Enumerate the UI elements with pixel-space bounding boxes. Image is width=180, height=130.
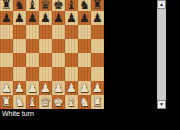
square-a3[interactable] [0, 67, 13, 81]
square-h1[interactable]: ♜ [91, 95, 104, 109]
square-e1[interactable]: ♚ [52, 95, 65, 109]
piece-white-bishop[interactable]: ♝ [66, 96, 77, 109]
square-a2[interactable]: ♟ [0, 81, 13, 95]
square-d2[interactable]: ♟ [39, 81, 52, 95]
square-g4[interactable] [78, 53, 91, 67]
piece-black-king[interactable]: ♚ [53, 0, 64, 11]
piece-black-rook[interactable]: ♜ [1, 0, 12, 11]
piece-black-pawn[interactable]: ♟ [92, 12, 103, 25]
square-g7[interactable]: ♟ [78, 11, 91, 25]
square-h2[interactable]: ♟ [91, 81, 104, 95]
piece-white-bishop[interactable]: ♝ [27, 96, 38, 109]
square-c3[interactable] [26, 67, 39, 81]
square-a7[interactable]: ♟ [0, 11, 13, 25]
square-b2[interactable]: ♟ [13, 81, 26, 95]
square-c7[interactable]: ♟ [26, 11, 39, 25]
square-b4[interactable] [13, 53, 26, 67]
piece-white-pawn[interactable]: ♟ [27, 82, 38, 95]
piece-white-rook[interactable]: ♜ [1, 96, 12, 109]
piece-black-pawn[interactable]: ♟ [1, 12, 12, 25]
square-e6[interactable] [52, 25, 65, 39]
square-a5[interactable] [0, 39, 13, 53]
square-d8[interactable]: ♛ [39, 0, 52, 11]
square-h5[interactable] [91, 39, 104, 53]
square-g3[interactable] [78, 67, 91, 81]
square-e2[interactable]: ♟ [52, 81, 65, 95]
square-d1[interactable]: ♛ [39, 95, 52, 109]
square-h6[interactable] [91, 25, 104, 39]
square-c5[interactable] [26, 39, 39, 53]
square-e3[interactable] [52, 67, 65, 81]
square-f2[interactable]: ♟ [65, 81, 78, 95]
square-c4[interactable] [26, 53, 39, 67]
square-g5[interactable] [78, 39, 91, 53]
chess-board: ♜♞♝♛♚♝♞♜♟♟♟♟♟♟♟♟♟♟♟♟♟♟♟♟♜♞♝♛♚♝♞♜ [0, 0, 104, 109]
square-b6[interactable] [13, 25, 26, 39]
square-f3[interactable] [65, 67, 78, 81]
square-c2[interactable]: ♟ [26, 81, 39, 95]
piece-black-pawn[interactable]: ♟ [53, 12, 64, 25]
square-g1[interactable]: ♞ [78, 95, 91, 109]
square-f5[interactable] [65, 39, 78, 53]
square-e7[interactable]: ♟ [52, 11, 65, 25]
square-c8[interactable]: ♝ [26, 0, 39, 11]
square-b3[interactable] [13, 67, 26, 81]
square-d7[interactable]: ♟ [39, 11, 52, 25]
square-h7[interactable]: ♟ [91, 11, 104, 25]
square-c1[interactable]: ♝ [26, 95, 39, 109]
square-d4[interactable] [39, 53, 52, 67]
square-h4[interactable] [91, 53, 104, 67]
square-g8[interactable]: ♞ [78, 0, 91, 11]
square-h3[interactable] [91, 67, 104, 81]
piece-white-rook[interactable]: ♜ [92, 96, 103, 109]
square-b8[interactable]: ♞ [13, 0, 26, 11]
square-f1[interactable]: ♝ [65, 95, 78, 109]
square-d3[interactable] [39, 67, 52, 81]
piece-white-knight[interactable]: ♞ [79, 96, 90, 109]
piece-white-king[interactable]: ♚ [53, 96, 64, 109]
square-f7[interactable]: ♟ [65, 11, 78, 25]
piece-black-pawn[interactable]: ♟ [40, 12, 51, 25]
square-b7[interactable]: ♟ [13, 11, 26, 25]
piece-black-bishop[interactable]: ♝ [27, 0, 38, 11]
square-b5[interactable] [13, 39, 26, 53]
square-a4[interactable] [0, 53, 13, 67]
piece-white-pawn[interactable]: ♟ [53, 82, 64, 95]
piece-white-pawn[interactable]: ♟ [40, 82, 51, 95]
piece-black-rook[interactable]: ♜ [92, 0, 103, 11]
square-f6[interactable] [65, 25, 78, 39]
square-e4[interactable] [52, 53, 65, 67]
square-a8[interactable]: ♜ [0, 0, 13, 11]
square-b1[interactable]: ♞ [13, 95, 26, 109]
square-h8[interactable]: ♜ [91, 0, 104, 11]
square-g2[interactable]: ♟ [78, 81, 91, 95]
piece-black-pawn[interactable]: ♟ [14, 12, 25, 25]
square-f4[interactable] [65, 53, 78, 67]
piece-white-pawn[interactable]: ♟ [79, 82, 90, 95]
piece-white-queen[interactable]: ♛ [40, 96, 51, 109]
square-e5[interactable] [52, 39, 65, 53]
vertical-scrollbar[interactable]: ▲ ▼ [157, 0, 166, 109]
piece-white-pawn[interactable]: ♟ [14, 82, 25, 95]
piece-black-pawn[interactable]: ♟ [27, 12, 38, 25]
square-a6[interactable] [0, 25, 13, 39]
square-c6[interactable] [26, 25, 39, 39]
piece-white-pawn[interactable]: ♟ [92, 82, 103, 95]
scroll-down-icon[interactable]: ▼ [157, 100, 166, 109]
piece-black-pawn[interactable]: ♟ [79, 12, 90, 25]
square-d6[interactable] [39, 25, 52, 39]
square-e8[interactable]: ♚ [52, 0, 65, 11]
piece-black-knight[interactable]: ♞ [79, 0, 90, 11]
piece-black-knight[interactable]: ♞ [14, 0, 25, 11]
turn-status-text: White turn [2, 110, 34, 118]
square-d5[interactable] [39, 39, 52, 53]
square-a1[interactable]: ♜ [0, 95, 13, 109]
square-f8[interactable]: ♝ [65, 0, 78, 11]
piece-white-knight[interactable]: ♞ [14, 96, 25, 109]
scroll-up-icon[interactable]: ▲ [157, 0, 166, 9]
square-g6[interactable] [78, 25, 91, 39]
piece-black-queen[interactable]: ♛ [40, 0, 51, 11]
piece-black-pawn[interactable]: ♟ [66, 12, 77, 25]
piece-white-pawn[interactable]: ♟ [66, 82, 77, 95]
piece-black-bishop[interactable]: ♝ [66, 0, 77, 11]
piece-white-pawn[interactable]: ♟ [1, 82, 12, 95]
